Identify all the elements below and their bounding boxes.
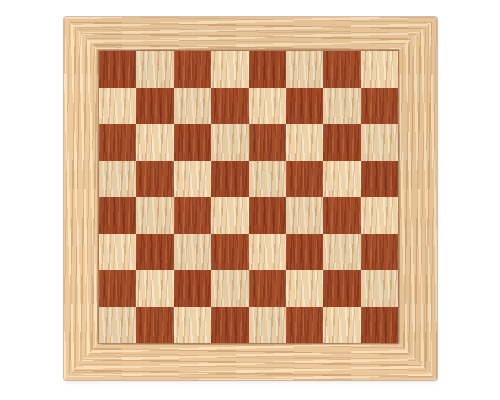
square-g2[interactable] bbox=[323, 270, 360, 307]
square-f1[interactable] bbox=[286, 307, 323, 344]
square-b5[interactable] bbox=[136, 161, 173, 198]
square-f6[interactable] bbox=[286, 124, 323, 161]
square-c1[interactable] bbox=[174, 307, 211, 344]
square-a7[interactable] bbox=[99, 88, 136, 125]
square-h5[interactable] bbox=[361, 161, 398, 198]
board-frame-right bbox=[398, 17, 437, 380]
board-frame-top bbox=[64, 17, 437, 51]
square-c3[interactable] bbox=[174, 234, 211, 271]
square-b1[interactable] bbox=[136, 307, 173, 344]
board-frame-left bbox=[64, 17, 99, 380]
square-e1[interactable] bbox=[249, 307, 286, 344]
board-frame-bottom bbox=[64, 343, 437, 380]
square-a5[interactable] bbox=[99, 161, 136, 198]
square-c2[interactable] bbox=[174, 270, 211, 307]
square-f7[interactable] bbox=[286, 88, 323, 125]
square-c4[interactable] bbox=[174, 197, 211, 234]
square-h4[interactable] bbox=[361, 197, 398, 234]
square-c7[interactable] bbox=[174, 88, 211, 125]
square-b2[interactable] bbox=[136, 270, 173, 307]
square-f5[interactable] bbox=[286, 161, 323, 198]
square-g7[interactable] bbox=[323, 88, 360, 125]
square-h6[interactable] bbox=[361, 124, 398, 161]
photo-background bbox=[0, 0, 500, 400]
square-e4[interactable] bbox=[249, 197, 286, 234]
square-g1[interactable] bbox=[323, 307, 360, 344]
square-a8[interactable] bbox=[99, 51, 136, 88]
square-c6[interactable] bbox=[174, 124, 211, 161]
square-c8[interactable] bbox=[174, 51, 211, 88]
square-d3[interactable] bbox=[211, 234, 248, 271]
square-h1[interactable] bbox=[361, 307, 398, 344]
square-b6[interactable] bbox=[136, 124, 173, 161]
square-f2[interactable] bbox=[286, 270, 323, 307]
square-f4[interactable] bbox=[286, 197, 323, 234]
square-g3[interactable] bbox=[323, 234, 360, 271]
square-e3[interactable] bbox=[249, 234, 286, 271]
square-b8[interactable] bbox=[136, 51, 173, 88]
square-h8[interactable] bbox=[361, 51, 398, 88]
square-e6[interactable] bbox=[249, 124, 286, 161]
square-d4[interactable] bbox=[211, 197, 248, 234]
square-h3[interactable] bbox=[361, 234, 398, 271]
square-d1[interactable] bbox=[211, 307, 248, 344]
square-d5[interactable] bbox=[211, 161, 248, 198]
square-e2[interactable] bbox=[249, 270, 286, 307]
square-d7[interactable] bbox=[211, 88, 248, 125]
square-g4[interactable] bbox=[323, 197, 360, 234]
square-e7[interactable] bbox=[249, 88, 286, 125]
square-g8[interactable] bbox=[323, 51, 360, 88]
square-e8[interactable] bbox=[249, 51, 286, 88]
square-a4[interactable] bbox=[99, 197, 136, 234]
square-g5[interactable] bbox=[323, 161, 360, 198]
square-d8[interactable] bbox=[211, 51, 248, 88]
square-a2[interactable] bbox=[99, 270, 136, 307]
square-h2[interactable] bbox=[361, 270, 398, 307]
square-a1[interactable] bbox=[99, 307, 136, 344]
square-g6[interactable] bbox=[323, 124, 360, 161]
square-b7[interactable] bbox=[136, 88, 173, 125]
square-c5[interactable] bbox=[174, 161, 211, 198]
square-f8[interactable] bbox=[286, 51, 323, 88]
square-h7[interactable] bbox=[361, 88, 398, 125]
square-e5[interactable] bbox=[249, 161, 286, 198]
square-d6[interactable] bbox=[211, 124, 248, 161]
square-b3[interactable] bbox=[136, 234, 173, 271]
square-d2[interactable] bbox=[211, 270, 248, 307]
square-f3[interactable] bbox=[286, 234, 323, 271]
board-grid bbox=[99, 51, 398, 343]
square-a6[interactable] bbox=[99, 124, 136, 161]
chess-board bbox=[64, 17, 437, 380]
square-b4[interactable] bbox=[136, 197, 173, 234]
square-a3[interactable] bbox=[99, 234, 136, 271]
